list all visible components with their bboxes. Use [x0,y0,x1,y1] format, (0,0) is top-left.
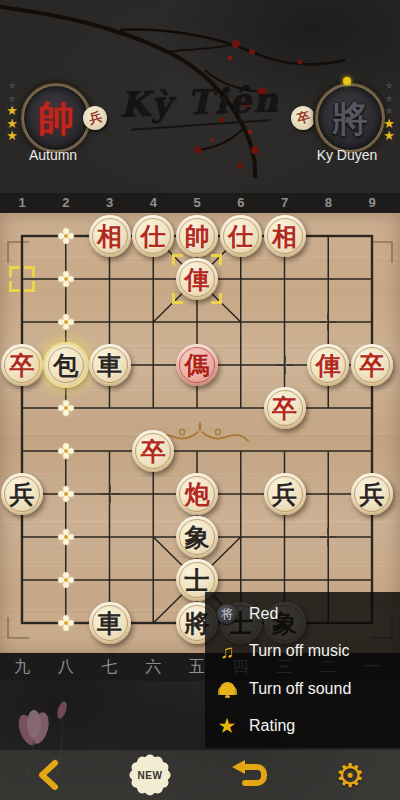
menu-item-sound[interactable]: Turn off sound [205,672,400,706]
left-player-name: Autumn [0,147,108,163]
piece-black-file2-rank3[interactable]: 包 [45,344,87,386]
undo-button[interactable] [215,752,285,798]
file-label-6: 6 [230,193,252,213]
piece-red-file4-rank0[interactable]: 仕 [132,215,174,257]
move-hint-marker[interactable] [58,615,74,631]
move-hint-marker[interactable] [58,529,74,545]
bell-icon [220,682,235,695]
bottom-toolbar: NEW ⚙ [0,750,400,800]
piece-red-file3-rank0[interactable]: 相 [89,215,131,257]
file-label-3: 3 [99,193,121,213]
piece-black-file7-rank6[interactable]: 兵 [264,473,306,515]
piece-glyph: 兵 [360,482,385,507]
gear-icon: ⚙ [335,759,365,792]
move-hint-marker[interactable] [58,572,74,588]
piece-glyph: 仕 [228,224,253,249]
board-corner-ornament [371,241,393,263]
file-labels-strip: 123456789 [0,193,400,213]
piece-glyph: 俥 [316,353,341,378]
left-avatar-general-glyph: 帥 [38,100,74,136]
piece-glyph: 車 [97,611,122,636]
move-hint-marker[interactable] [58,271,74,287]
point-marker [319,313,337,331]
undo-arrow-icon [230,759,270,791]
right-player-name: Ky Duyen [292,147,400,163]
move-hint-marker[interactable] [58,486,74,502]
menu-icon-box: 将 [205,604,249,624]
piece-glyph: 兵 [272,482,297,507]
new-starburst-icon: NEW [130,755,170,795]
left-player-avatar[interactable]: 帥 [21,83,91,153]
piece-glyph: 帥 [185,224,210,249]
music-note-icon: ♫ [220,642,234,661]
right-player-stars: ★★★★★ [381,80,397,143]
piece-glyph: 俥 [185,267,210,292]
back-button[interactable] [15,752,85,798]
file-label-9: 9 [361,193,383,213]
piece-red-file7-rank0[interactable]: 相 [264,215,306,257]
file-label-1: 1 [11,193,33,213]
right-player-avatar[interactable]: 將 [315,83,385,153]
piece-red-file6-rank0[interactable]: 仕 [220,215,262,257]
point-marker [276,356,294,374]
piece-glyph: 卒 [272,396,297,421]
menu-item-side[interactable]: 将Red [205,597,400,631]
piece-glyph: 兵 [10,482,35,507]
context-menu: 将Red♫Turn off musicTurn off sound★Rating [205,592,400,748]
new-game-button[interactable]: NEW [115,752,185,798]
chevron-left-icon [34,758,66,792]
piece-black-file3-rank3[interactable]: 車 [89,344,131,386]
menu-item-rating[interactable]: ★Rating [205,709,400,743]
menu-item-label: Red [249,605,278,623]
file-label-7: 7 [274,193,296,213]
piece-glyph: 卒 [10,353,35,378]
rank-label-4: 六 [140,653,166,681]
piece-red-file7-rank4[interactable]: 卒 [264,387,306,429]
right-player-side-chip: 卒 [291,106,315,130]
piece-black-file5-rank7[interactable]: 象 [176,516,218,558]
menu-item-label: Rating [249,717,295,735]
piece-glyph: 車 [97,353,122,378]
piece-red-file4-rank5[interactable]: 卒 [132,430,174,472]
new-badge-label: NEW [138,770,163,781]
menu-item-label: Turn off music [249,642,349,660]
file-label-4: 4 [142,193,164,213]
rating-star-gold: ★ [4,130,20,143]
piece-glyph: 仕 [141,224,166,249]
left-player-stars: ★★★★★ [4,80,20,143]
file-label-8: 8 [317,193,339,213]
right-chip-glyph: 卒 [295,108,312,129]
piece-glyph: 傌 [185,353,210,378]
piece-red-file8-rank3[interactable]: 俥 [307,344,349,386]
move-hint-marker[interactable] [58,443,74,459]
move-hint-marker[interactable] [58,400,74,416]
piece-glyph: 象 [185,525,210,550]
piece-glyph: 士 [185,568,210,593]
piece-red-file9-rank3[interactable]: 卒 [351,344,393,386]
file-label-5: 5 [186,193,208,213]
rank-label-2: 八 [53,653,79,681]
board-corner-ornament [7,241,29,263]
piece-glyph: 卒 [360,353,385,378]
menu-item-label: Turn off sound [249,680,351,698]
piece-glyph: 相 [97,224,122,249]
piece-red-file5-rank1[interactable]: 俥 [176,258,218,300]
last-move-from-marker [9,266,35,292]
move-hint-marker[interactable] [58,314,74,330]
rating-star-gold: ★ [381,130,397,143]
app-title: Kỳ Tiên [99,79,300,130]
menu-icon-box: ★ [205,715,249,736]
right-avatar-general-glyph: 將 [332,100,368,136]
settings-button[interactable]: ⚙ [315,752,385,798]
piece-red-file5-rank3[interactable]: 傌 [176,344,218,386]
menu-icon-box [205,682,249,695]
piece-black-file3-rank9[interactable]: 車 [89,602,131,644]
turn-indicator-dot [343,77,351,85]
piece-black-file1-rank6[interactable]: 兵 [1,473,43,515]
xiangqi-board[interactable]: 相仕帥仕相俥卒包車傌俥卒卒卒兵炮兵兵象士車將士象 [0,213,400,653]
piece-red-file5-rank0[interactable]: 帥 [176,215,218,257]
piece-red-file1-rank3[interactable]: 卒 [1,344,43,386]
menu-icon-box: ♫ [205,642,249,661]
piece-black-file9-rank6[interactable]: 兵 [351,473,393,515]
piece-red-file5-rank6[interactable]: 炮 [176,473,218,515]
rank-label-3: 七 [97,653,123,681]
piece-glyph: 炮 [185,482,210,507]
board-corner-ornament [7,617,29,639]
piece-glyph: 包 [53,353,78,378]
rank-label-1: 九 [9,653,35,681]
star-icon: ★ [218,715,237,736]
header: ★★★★★ 帥 兵 Autumn Kỳ Tiên 卒 將 ★★★★★ Ky Du… [0,0,400,193]
file-label-2: 2 [55,193,77,213]
point-marker [101,485,119,503]
menu-item-music[interactable]: ♫Turn off music [205,634,400,668]
piece-glyph: 相 [272,224,297,249]
piece-glyph: 卒 [141,439,166,464]
black-piece-icon: 将 [217,604,237,624]
point-marker [319,528,337,546]
move-hint-marker[interactable] [58,228,74,244]
